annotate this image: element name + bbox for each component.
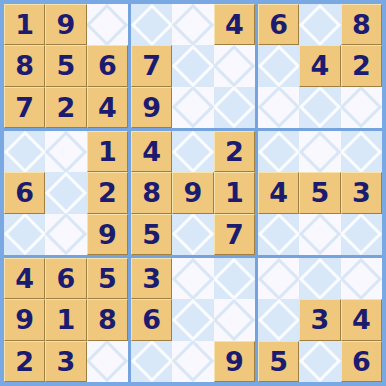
cell-r4c9[interactable] xyxy=(341,131,382,172)
diamond-icon xyxy=(258,299,299,340)
cell-r3c8[interactable] xyxy=(299,87,340,128)
cell-r1c1: 1 xyxy=(4,4,45,45)
diamond-icon xyxy=(172,214,213,255)
cell-r1c6: 4 xyxy=(214,4,255,45)
cell-r7c2: 6 xyxy=(45,258,86,299)
cell-r7c5[interactable] xyxy=(172,258,213,299)
diamond-icon xyxy=(214,45,255,86)
diamond-icon xyxy=(172,258,213,299)
diamond-icon xyxy=(4,131,45,172)
cell-r2c2: 5 xyxy=(45,45,86,86)
diamond-icon xyxy=(341,258,382,299)
cell-r7c3: 5 xyxy=(87,258,128,299)
diamond-icon xyxy=(299,87,340,128)
cell-r3c1: 7 xyxy=(4,87,45,128)
diamond-icon xyxy=(4,214,45,255)
cell-r1c8[interactable] xyxy=(299,4,340,45)
diamond-icon xyxy=(172,299,213,340)
diamond-icon xyxy=(87,4,128,45)
cell-r2c7[interactable] xyxy=(258,45,299,86)
diamond-icon xyxy=(45,172,86,213)
cell-r7c9[interactable] xyxy=(341,258,382,299)
cell-r9c4[interactable] xyxy=(131,341,172,382)
diamond-icon xyxy=(131,341,172,382)
cell-r3c4: 9 xyxy=(131,87,172,128)
diamond-icon xyxy=(299,258,340,299)
diamond-icon xyxy=(299,341,340,382)
cell-r3c5[interactable] xyxy=(172,87,213,128)
cell-r2c1: 8 xyxy=(4,45,45,86)
diamond-icon xyxy=(258,131,299,172)
cell-r3c9[interactable] xyxy=(341,87,382,128)
cell-r4c2[interactable] xyxy=(45,131,86,172)
cell-r2c9: 2 xyxy=(341,45,382,86)
cell-r1c7: 6 xyxy=(258,4,299,45)
cell-r5c9: 3 xyxy=(341,172,382,213)
diamond-icon xyxy=(214,87,255,128)
cell-r8c5[interactable] xyxy=(172,299,213,340)
cell-r8c6[interactable] xyxy=(214,299,255,340)
cell-r7c4: 3 xyxy=(131,258,172,299)
cell-r9c6: 9 xyxy=(214,341,255,382)
cell-r7c8[interactable] xyxy=(299,258,340,299)
cell-r9c5[interactable] xyxy=(172,341,213,382)
cell-r7c6[interactable] xyxy=(214,258,255,299)
cell-r9c2: 3 xyxy=(45,341,86,382)
cell-r1c3[interactable] xyxy=(87,4,128,45)
cell-r6c2[interactable] xyxy=(45,214,86,255)
diamond-icon xyxy=(131,4,172,45)
cell-r6c7[interactable] xyxy=(258,214,299,255)
diamond-icon xyxy=(299,131,340,172)
cell-r8c8: 3 xyxy=(299,299,340,340)
diamond-icon xyxy=(341,214,382,255)
cell-r3c3: 4 xyxy=(87,87,128,128)
cell-r4c7[interactable] xyxy=(258,131,299,172)
cell-r2c4: 7 xyxy=(131,45,172,86)
cell-r6c9[interactable] xyxy=(341,214,382,255)
diamond-icon xyxy=(258,45,299,86)
cell-r7c7[interactable] xyxy=(258,258,299,299)
diamond-icon xyxy=(172,45,213,86)
cell-r9c3[interactable] xyxy=(87,341,128,382)
cell-r9c8[interactable] xyxy=(299,341,340,382)
diamond-icon xyxy=(172,87,213,128)
diamond-icon xyxy=(299,214,340,255)
cell-r6c8[interactable] xyxy=(299,214,340,255)
cell-r6c1[interactable] xyxy=(4,214,45,255)
cell-r9c9: 6 xyxy=(341,341,382,382)
cell-r1c2: 9 xyxy=(45,4,86,45)
diamond-icon xyxy=(341,131,382,172)
cell-r6c5[interactable] xyxy=(172,214,213,255)
cell-r1c4[interactable] xyxy=(131,4,172,45)
cell-r5c1: 6 xyxy=(4,172,45,213)
diamond-icon xyxy=(299,4,340,45)
cell-r2c3: 6 xyxy=(87,45,128,86)
cell-r5c7: 4 xyxy=(258,172,299,213)
cell-r5c2[interactable] xyxy=(45,172,86,213)
cell-r9c1: 2 xyxy=(4,341,45,382)
cell-r1c9: 8 xyxy=(341,4,382,45)
diamond-icon xyxy=(258,258,299,299)
cell-r5c5: 9 xyxy=(172,172,213,213)
cell-r8c1: 9 xyxy=(4,299,45,340)
cell-r2c8: 4 xyxy=(299,45,340,86)
cell-r4c6: 2 xyxy=(214,131,255,172)
cell-r7c1: 4 xyxy=(4,258,45,299)
cell-r8c9: 4 xyxy=(341,299,382,340)
diamond-icon xyxy=(87,341,128,382)
diamond-icon xyxy=(258,87,299,128)
cell-r4c5[interactable] xyxy=(172,131,213,172)
cell-r9c7: 5 xyxy=(258,341,299,382)
cell-r8c2: 1 xyxy=(45,299,86,340)
diamond-icon xyxy=(45,131,86,172)
diamond-icon xyxy=(214,299,255,340)
diamond-icon xyxy=(172,131,213,172)
cell-r4c1[interactable] xyxy=(4,131,45,172)
cell-r4c3: 1 xyxy=(87,131,128,172)
diamond-icon xyxy=(45,214,86,255)
cell-r8c4: 6 xyxy=(131,299,172,340)
cell-r3c6[interactable] xyxy=(214,87,255,128)
cell-r1c5[interactable] xyxy=(172,4,213,45)
sudoku-board: 1946885674272491426289145395746539186342… xyxy=(0,0,386,386)
cell-r4c4: 4 xyxy=(131,131,172,172)
cell-r6c6: 7 xyxy=(214,214,255,255)
cell-r3c7[interactable] xyxy=(258,87,299,128)
cell-r5c6: 1 xyxy=(214,172,255,213)
cell-r8c7[interactable] xyxy=(258,299,299,340)
cell-r4c8[interactable] xyxy=(299,131,340,172)
diamond-icon xyxy=(341,87,382,128)
diamond-icon xyxy=(214,258,255,299)
cell-r5c3: 2 xyxy=(87,172,128,213)
cell-r3c2: 2 xyxy=(45,87,86,128)
cell-r5c4: 8 xyxy=(131,172,172,213)
cell-r6c4: 5 xyxy=(131,214,172,255)
diamond-icon xyxy=(172,4,213,45)
diamond-icon xyxy=(258,214,299,255)
cell-r2c6[interactable] xyxy=(214,45,255,86)
cell-r6c3: 9 xyxy=(87,214,128,255)
cell-r8c3: 8 xyxy=(87,299,128,340)
cell-r2c5[interactable] xyxy=(172,45,213,86)
cell-r5c8: 5 xyxy=(299,172,340,213)
diamond-icon xyxy=(172,341,213,382)
